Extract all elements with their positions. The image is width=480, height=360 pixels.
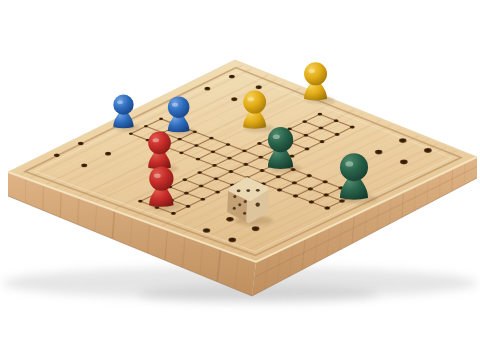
base-hole[interactable] <box>204 87 210 91</box>
track-hole[interactable] <box>324 206 330 210</box>
track-hole[interactable] <box>307 174 312 177</box>
peg-head <box>268 127 293 152</box>
track-hole[interactable] <box>260 169 265 172</box>
track-hole[interactable] <box>304 147 309 150</box>
track-hole[interactable] <box>209 137 213 140</box>
peg-head <box>304 62 327 85</box>
track-hole[interactable] <box>138 200 143 203</box>
die-pip <box>256 189 260 192</box>
base-hole[interactable] <box>399 138 407 143</box>
track-hole[interactable] <box>227 157 232 160</box>
peg-head <box>149 166 173 190</box>
die-pip <box>244 200 247 203</box>
base-hole[interactable] <box>226 217 234 222</box>
track-hole[interactable] <box>159 118 163 121</box>
peg-highlight <box>248 97 254 101</box>
track-hole[interactable] <box>318 113 323 116</box>
track-hole[interactable] <box>323 193 329 196</box>
track-hole[interactable] <box>144 125 148 128</box>
peg-highlight <box>345 161 353 166</box>
die-pip <box>256 202 260 206</box>
wooden-die[interactable] <box>230 180 273 226</box>
base-hole[interactable] <box>203 228 211 233</box>
peg-head <box>340 153 368 181</box>
track-hole[interactable] <box>179 151 183 154</box>
track-hole[interactable] <box>303 134 308 137</box>
base-hole[interactable] <box>229 75 235 79</box>
track-hole[interactable] <box>178 138 182 141</box>
track-hole[interactable] <box>243 163 248 166</box>
peg-highlight <box>117 100 123 104</box>
ludo-board-photo <box>0 0 480 360</box>
track-hole[interactable] <box>186 205 191 208</box>
base-hole[interactable] <box>78 142 84 146</box>
track-hole[interactable] <box>182 178 187 181</box>
track-hole[interactable] <box>226 143 231 146</box>
base-hole[interactable] <box>105 152 111 156</box>
die-pip <box>243 212 246 215</box>
track-hole[interactable] <box>293 194 298 197</box>
peg-head <box>243 91 266 114</box>
track-hole[interactable] <box>242 149 247 152</box>
track-hole[interactable] <box>308 187 313 190</box>
track-hole[interactable] <box>292 181 297 184</box>
die-pip <box>246 189 250 192</box>
track-hole[interactable] <box>350 126 355 129</box>
peg-highlight <box>308 69 315 73</box>
track-hole[interactable] <box>257 142 262 145</box>
track-hole[interactable] <box>309 200 315 203</box>
peg-head <box>148 132 171 155</box>
track-hole[interactable] <box>320 140 325 143</box>
peg-highlight <box>273 134 280 139</box>
die-pip <box>238 203 241 206</box>
track-hole[interactable] <box>199 184 204 187</box>
track-hole[interactable] <box>228 170 233 173</box>
base-hole[interactable] <box>375 150 383 155</box>
track-hole[interactable] <box>322 180 327 183</box>
track-hole[interactable] <box>211 150 216 153</box>
peg-yellow-2[interactable] <box>304 62 335 104</box>
base-hole[interactable] <box>228 238 236 243</box>
track-hole[interactable] <box>171 212 176 215</box>
die-pip <box>237 190 241 193</box>
base-hole[interactable] <box>81 164 87 168</box>
track-hole[interactable] <box>197 171 202 174</box>
track-hole[interactable] <box>194 144 198 147</box>
peg-highlight <box>172 103 178 107</box>
track-hole[interactable] <box>212 164 217 167</box>
track-hole[interactable] <box>302 120 307 123</box>
track-hole[interactable] <box>129 132 133 135</box>
peg-head <box>113 95 133 115</box>
track-hole[interactable] <box>277 188 282 191</box>
base-hole[interactable] <box>54 154 60 158</box>
track-hole[interactable] <box>334 119 339 122</box>
peg-highlight <box>153 138 159 142</box>
base-hole[interactable] <box>256 85 262 89</box>
base-hole[interactable] <box>252 226 260 231</box>
track-hole[interactable] <box>215 191 220 194</box>
track-hole[interactable] <box>196 158 201 161</box>
base-hole[interactable] <box>231 97 237 101</box>
track-hole[interactable] <box>184 192 189 195</box>
track-hole[interactable] <box>258 156 263 159</box>
peg-head <box>168 96 190 118</box>
photo-canvas <box>0 0 480 360</box>
track-hole[interactable] <box>319 127 324 130</box>
track-hole[interactable] <box>276 175 281 178</box>
track-hole[interactable] <box>200 198 205 201</box>
base-hole[interactable] <box>424 148 432 153</box>
track-hole[interactable] <box>335 133 340 136</box>
peg-highlight <box>154 173 161 177</box>
die-pip <box>233 207 236 210</box>
base-hole[interactable] <box>400 160 408 165</box>
track-hole[interactable] <box>214 177 219 180</box>
die-pip <box>233 195 236 198</box>
